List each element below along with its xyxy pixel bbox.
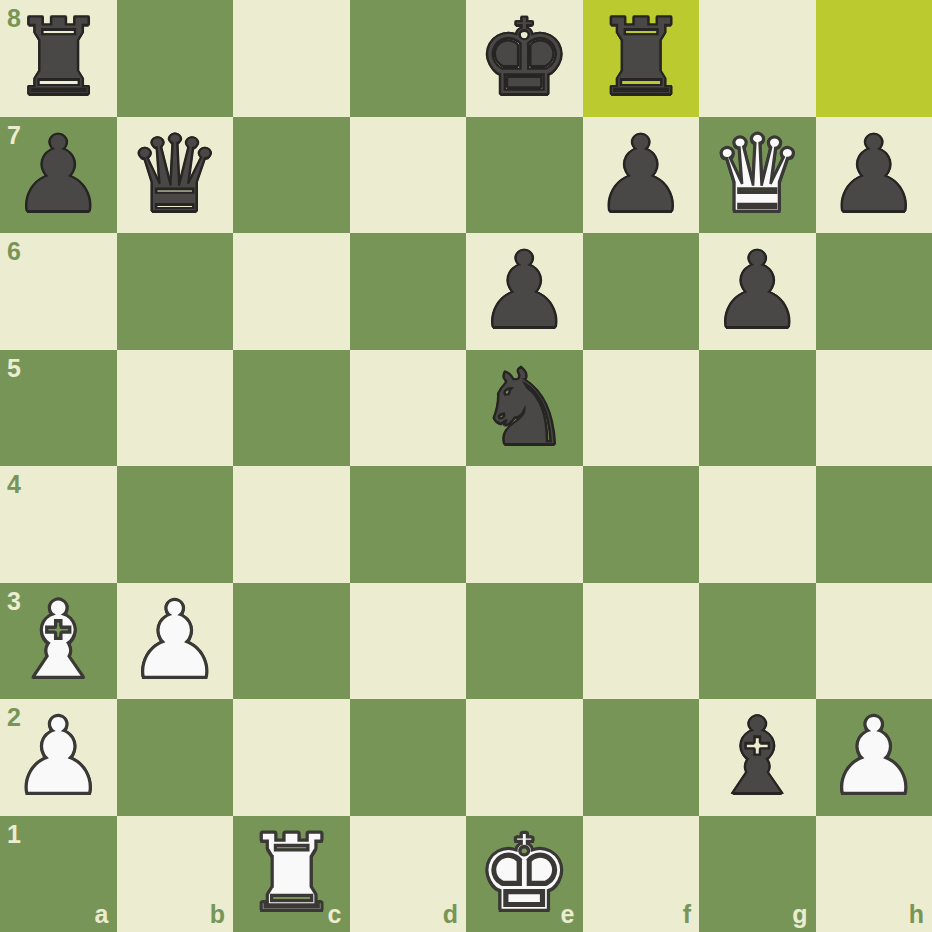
square-f8[interactable]: ♜	[583, 0, 700, 117]
square-f5[interactable]	[583, 350, 700, 467]
black-rook[interactable]: ♜	[11, 0, 106, 116]
white-rook[interactable]: ♜	[244, 816, 339, 932]
rank-label-6: 6	[7, 239, 21, 264]
black-bishop[interactable]: ♝	[710, 699, 805, 815]
black-pawn[interactable]: ♟	[826, 117, 921, 233]
square-h6[interactable]	[816, 233, 932, 350]
square-g1[interactable]: g	[699, 816, 816, 932]
square-d3[interactable]	[350, 583, 467, 700]
square-e2[interactable]	[466, 699, 583, 816]
square-h2[interactable]: ♟	[816, 699, 932, 816]
black-pawn[interactable]: ♟	[477, 233, 572, 349]
square-a6[interactable]: 6	[0, 233, 117, 350]
square-e7[interactable]	[466, 117, 583, 234]
square-e4[interactable]	[466, 466, 583, 583]
square-c5[interactable]	[233, 350, 350, 467]
white-bishop[interactable]: ♝	[11, 583, 106, 699]
square-b4[interactable]	[117, 466, 234, 583]
square-g3[interactable]	[699, 583, 816, 700]
square-h5[interactable]	[816, 350, 932, 467]
black-pawn[interactable]: ♟	[11, 117, 106, 233]
file-label-d: d	[443, 902, 458, 927]
white-pawn[interactable]: ♟	[826, 699, 921, 815]
square-c8[interactable]	[233, 0, 350, 117]
square-e3[interactable]	[466, 583, 583, 700]
square-e6[interactable]: ♟	[466, 233, 583, 350]
square-h3[interactable]	[816, 583, 932, 700]
square-g2[interactable]: ♝	[699, 699, 816, 816]
square-g6[interactable]: ♟	[699, 233, 816, 350]
rank-label-4: 4	[7, 472, 21, 497]
square-c4[interactable]	[233, 466, 350, 583]
square-e1[interactable]: e♚	[466, 816, 583, 932]
square-d6[interactable]	[350, 233, 467, 350]
square-d2[interactable]	[350, 699, 467, 816]
square-e5[interactable]: ♞	[466, 350, 583, 467]
square-h4[interactable]	[816, 466, 932, 583]
square-f4[interactable]	[583, 466, 700, 583]
square-f7[interactable]: ♟	[583, 117, 700, 234]
square-h7[interactable]: ♟	[816, 117, 932, 234]
square-f1[interactable]: f	[583, 816, 700, 932]
white-pawn[interactable]: ♟	[11, 699, 106, 815]
square-a3[interactable]: 3♝	[0, 583, 117, 700]
square-d4[interactable]	[350, 466, 467, 583]
square-d5[interactable]	[350, 350, 467, 467]
square-f6[interactable]	[583, 233, 700, 350]
square-b7[interactable]: ♛	[117, 117, 234, 234]
black-king[interactable]: ♚	[477, 0, 572, 116]
file-label-h: h	[909, 902, 924, 927]
square-h1[interactable]: h	[816, 816, 932, 932]
square-a5[interactable]: 5	[0, 350, 117, 467]
black-knight[interactable]: ♞	[477, 350, 572, 466]
square-a4[interactable]: 4	[0, 466, 117, 583]
square-g4[interactable]	[699, 466, 816, 583]
file-label-a: a	[95, 902, 109, 927]
square-f2[interactable]	[583, 699, 700, 816]
black-pawn[interactable]: ♟	[710, 233, 805, 349]
square-f3[interactable]	[583, 583, 700, 700]
white-queen[interactable]: ♛	[710, 117, 805, 233]
white-pawn[interactable]: ♟	[127, 583, 222, 699]
square-a2[interactable]: 2♟	[0, 699, 117, 816]
rank-label-1: 1	[7, 822, 21, 847]
square-a7[interactable]: 7♟	[0, 117, 117, 234]
square-b2[interactable]	[117, 699, 234, 816]
black-queen[interactable]: ♛	[127, 117, 222, 233]
square-d7[interactable]	[350, 117, 467, 234]
rank-label-5: 5	[7, 356, 21, 381]
square-h8[interactable]	[816, 0, 932, 117]
square-c7[interactable]	[233, 117, 350, 234]
square-b6[interactable]	[117, 233, 234, 350]
square-a8[interactable]: 8♜	[0, 0, 117, 117]
chess-board: 8♜♚♜7♟♛♟♛♟6♟♟5♞43♝♟2♟♝♟1abc♜de♚fgh	[0, 0, 932, 932]
square-g7[interactable]: ♛	[699, 117, 816, 234]
square-c6[interactable]	[233, 233, 350, 350]
square-c3[interactable]	[233, 583, 350, 700]
square-a1[interactable]: 1a	[0, 816, 117, 932]
file-label-g: g	[792, 902, 807, 927]
square-c2[interactable]	[233, 699, 350, 816]
white-king[interactable]: ♚	[477, 816, 572, 932]
black-pawn[interactable]: ♟	[593, 117, 688, 233]
square-d1[interactable]: d	[350, 816, 467, 932]
square-b3[interactable]: ♟	[117, 583, 234, 700]
square-g8[interactable]	[699, 0, 816, 117]
file-label-f: f	[683, 902, 691, 927]
square-b5[interactable]	[117, 350, 234, 467]
square-b8[interactable]	[117, 0, 234, 117]
square-b1[interactable]: b	[117, 816, 234, 932]
square-c1[interactable]: c♜	[233, 816, 350, 932]
square-e8[interactable]: ♚	[466, 0, 583, 117]
square-d8[interactable]	[350, 0, 467, 117]
black-rook[interactable]: ♜	[593, 0, 688, 116]
file-label-b: b	[210, 902, 225, 927]
square-g5[interactable]	[699, 350, 816, 467]
